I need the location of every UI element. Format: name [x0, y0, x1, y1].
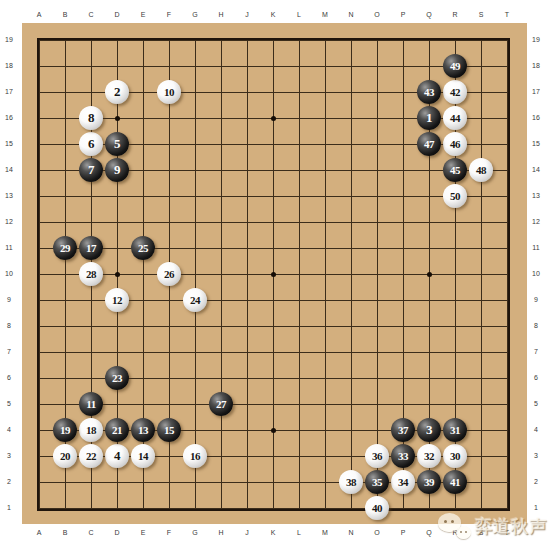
- black-stone-E11-move-25[interactable]: 25: [131, 236, 155, 260]
- black-stone-D14-move-9[interactable]: 9: [105, 158, 129, 182]
- move-number: 4: [114, 448, 120, 464]
- watermark: 弈道秋声: [436, 511, 547, 541]
- right-coord-17: 17: [528, 88, 544, 96]
- black-stone-Q17-move-43[interactable]: 43: [417, 80, 441, 104]
- top-coord-J: J: [239, 11, 255, 19]
- top-coord-L: L: [291, 11, 307, 19]
- white-stone-O3-move-36[interactable]: 36: [365, 444, 389, 468]
- move-number: 17: [86, 242, 96, 254]
- left-coord-14: 14: [1, 166, 17, 174]
- left-coord-1: 1: [1, 504, 17, 512]
- black-stone-O2-move-35[interactable]: 35: [365, 470, 389, 494]
- white-stone-D17-move-2[interactable]: 2: [105, 80, 129, 104]
- bottom-coord-P: P: [395, 529, 411, 537]
- bottom-coord-G: G: [187, 529, 203, 537]
- white-stone-S14-move-48[interactable]: 48: [469, 158, 493, 182]
- black-stone-P4-move-37[interactable]: 37: [391, 418, 415, 442]
- move-number: 47: [424, 138, 434, 150]
- right-coord-9: 9: [528, 296, 544, 304]
- stones-layer: 1234567891011121314151617181920212223242…: [26, 27, 520, 521]
- white-stone-R15-move-46[interactable]: 46: [443, 132, 467, 156]
- black-stone-F4-move-15[interactable]: 15: [157, 418, 181, 442]
- left-coord-5: 5: [1, 400, 17, 408]
- watermark-text: 弈道秋声: [475, 515, 547, 538]
- move-number: 13: [138, 424, 148, 436]
- white-stone-C10-move-28[interactable]: 28: [79, 262, 103, 286]
- right-coord-2: 2: [528, 478, 544, 486]
- move-number: 50: [450, 190, 460, 202]
- white-stone-C3-move-22[interactable]: 22: [79, 444, 103, 468]
- move-number: 43: [424, 86, 434, 98]
- white-stone-C15-move-6[interactable]: 6: [79, 132, 103, 156]
- black-stone-D4-move-21[interactable]: 21: [105, 418, 129, 442]
- black-stone-C11-move-17[interactable]: 17: [79, 236, 103, 260]
- move-number: 24: [190, 294, 200, 306]
- right-coord-18: 18: [528, 62, 544, 70]
- white-stone-C16-move-8[interactable]: 8: [79, 106, 103, 130]
- white-stone-E3-move-14[interactable]: 14: [131, 444, 155, 468]
- right-coord-10: 10: [528, 270, 544, 278]
- top-coord-G: G: [187, 11, 203, 19]
- white-stone-C4-move-18[interactable]: 18: [79, 418, 103, 442]
- move-number: 3: [426, 422, 432, 438]
- move-number: 23: [112, 372, 122, 384]
- black-stone-D15-move-5[interactable]: 5: [105, 132, 129, 156]
- move-number: 20: [60, 450, 70, 462]
- black-stone-R18-move-49[interactable]: 49: [443, 54, 467, 78]
- right-coord-6: 6: [528, 374, 544, 382]
- move-number: 39: [424, 476, 434, 488]
- left-coord-2: 2: [1, 478, 17, 486]
- bottom-coord-Q: Q: [421, 529, 437, 537]
- bottom-coord-N: N: [343, 529, 359, 537]
- right-coord-7: 7: [528, 348, 544, 356]
- white-stone-R17-move-42[interactable]: 42: [443, 80, 467, 104]
- black-stone-D6-move-23[interactable]: 23: [105, 366, 129, 390]
- white-stone-F17-move-10[interactable]: 10: [157, 80, 181, 104]
- right-coord-14: 14: [528, 166, 544, 174]
- bottom-coord-H: H: [213, 529, 229, 537]
- top-coord-S: S: [473, 11, 489, 19]
- white-stone-G3-move-16[interactable]: 16: [183, 444, 207, 468]
- right-coord-3: 3: [528, 452, 544, 460]
- black-stone-Q4-move-3[interactable]: 3: [417, 418, 441, 442]
- white-stone-G9-move-24[interactable]: 24: [183, 288, 207, 312]
- right-coord-15: 15: [528, 140, 544, 148]
- white-stone-R3-move-30[interactable]: 30: [443, 444, 467, 468]
- bottom-coord-F: F: [161, 529, 177, 537]
- bottom-coord-L: L: [291, 529, 307, 537]
- black-stone-H5-move-27[interactable]: 27: [209, 392, 233, 416]
- left-coord-11: 11: [1, 244, 17, 252]
- move-number: 28: [86, 268, 96, 280]
- move-number: 1: [426, 110, 432, 126]
- right-coord-16: 16: [528, 114, 544, 122]
- move-number: 5: [114, 136, 120, 152]
- move-number: 38: [346, 476, 356, 488]
- top-coord-T: T: [499, 11, 515, 19]
- black-stone-E4-move-13[interactable]: 13: [131, 418, 155, 442]
- top-coord-P: P: [395, 11, 411, 19]
- move-number: 34: [398, 476, 408, 488]
- black-stone-Q2-move-39[interactable]: 39: [417, 470, 441, 494]
- right-coord-12: 12: [528, 218, 544, 226]
- top-coord-D: D: [109, 11, 125, 19]
- white-stone-R16-move-44[interactable]: 44: [443, 106, 467, 130]
- top-coord-E: E: [135, 11, 151, 19]
- move-number: 46: [450, 138, 460, 150]
- move-number: 11: [86, 398, 95, 410]
- move-number: 7: [88, 162, 94, 178]
- bottom-coord-E: E: [135, 529, 151, 537]
- white-stone-O1-move-40[interactable]: 40: [365, 496, 389, 520]
- left-coord-18: 18: [1, 62, 17, 70]
- black-stone-Q15-move-47[interactable]: 47: [417, 132, 441, 156]
- top-coord-M: M: [317, 11, 333, 19]
- move-number: 27: [216, 398, 226, 410]
- move-number: 49: [450, 60, 460, 72]
- left-coord-19: 19: [1, 36, 17, 44]
- white-stone-B3-move-20[interactable]: 20: [53, 444, 77, 468]
- move-number: 6: [88, 136, 94, 152]
- black-stone-Q16-move-1[interactable]: 1: [417, 106, 441, 130]
- move-number: 35: [372, 476, 382, 488]
- top-coord-R: R: [447, 11, 463, 19]
- right-coord-13: 13: [528, 192, 544, 200]
- left-coord-15: 15: [1, 140, 17, 148]
- black-stone-B4-move-19[interactable]: 19: [53, 418, 77, 442]
- move-number: 26: [164, 268, 174, 280]
- top-coord-N: N: [343, 11, 359, 19]
- white-stone-R13-move-50[interactable]: 50: [443, 184, 467, 208]
- go-diagram-page: AABBCCDDEEFFGGHHJJKKLLMMNNOOPPQQRRSSTT19…: [0, 0, 550, 550]
- bottom-coord-C: C: [83, 529, 99, 537]
- black-stone-P3-move-33[interactable]: 33: [391, 444, 415, 468]
- move-number: 14: [138, 450, 148, 462]
- right-coord-11: 11: [528, 244, 544, 252]
- right-coord-4: 4: [528, 426, 544, 434]
- move-number: 8: [88, 110, 94, 126]
- left-coord-6: 6: [1, 374, 17, 382]
- move-number: 12: [112, 294, 122, 306]
- left-coord-8: 8: [1, 322, 17, 330]
- move-number: 31: [450, 424, 460, 436]
- move-number: 22: [86, 450, 96, 462]
- top-coord-B: B: [57, 11, 73, 19]
- white-stone-D3-move-4[interactable]: 4: [105, 444, 129, 468]
- left-coord-7: 7: [1, 348, 17, 356]
- white-stone-D9-move-12[interactable]: 12: [105, 288, 129, 312]
- move-number: 15: [164, 424, 174, 436]
- move-number: 18: [86, 424, 96, 436]
- move-number: 40: [372, 502, 382, 514]
- white-stone-F10-move-26[interactable]: 26: [157, 262, 181, 286]
- bottom-coord-K: K: [265, 529, 281, 537]
- black-stone-R4-move-31[interactable]: 31: [443, 418, 467, 442]
- black-stone-R2-move-41[interactable]: 41: [443, 470, 467, 494]
- move-number: 48: [476, 164, 486, 176]
- white-stone-N2-move-38[interactable]: 38: [339, 470, 363, 494]
- right-coord-8: 8: [528, 322, 544, 330]
- top-coord-C: C: [83, 11, 99, 19]
- left-coord-3: 3: [1, 452, 17, 460]
- top-coord-O: O: [369, 11, 385, 19]
- top-coord-F: F: [161, 11, 177, 19]
- left-coord-4: 4: [1, 426, 17, 434]
- move-number: 16: [190, 450, 200, 462]
- move-number: 36: [372, 450, 382, 462]
- move-number: 10: [164, 86, 174, 98]
- bottom-coord-B: B: [57, 529, 73, 537]
- move-number: 42: [450, 86, 460, 98]
- left-coord-16: 16: [1, 114, 17, 122]
- bottom-coord-J: J: [239, 529, 255, 537]
- left-coord-12: 12: [1, 218, 17, 226]
- move-number: 44: [450, 112, 460, 124]
- bottom-coord-A: A: [31, 529, 47, 537]
- move-number: 25: [138, 242, 148, 254]
- move-number: 32: [424, 450, 434, 462]
- right-coord-19: 19: [528, 36, 544, 44]
- move-number: 29: [60, 242, 70, 254]
- white-stone-P2-move-34[interactable]: 34: [391, 470, 415, 494]
- white-stone-Q3-move-32[interactable]: 32: [417, 444, 441, 468]
- top-coord-Q: Q: [421, 11, 437, 19]
- bottom-coord-M: M: [317, 529, 333, 537]
- bottom-coord-D: D: [109, 529, 125, 537]
- move-number: 37: [398, 424, 408, 436]
- black-stone-R14-move-45[interactable]: 45: [443, 158, 467, 182]
- left-coord-10: 10: [1, 270, 17, 278]
- top-coord-H: H: [213, 11, 229, 19]
- move-number: 19: [60, 424, 70, 436]
- move-number: 41: [450, 476, 460, 488]
- left-coord-13: 13: [1, 192, 17, 200]
- move-number: 2: [114, 84, 120, 100]
- move-number: 21: [112, 424, 122, 436]
- move-number: 33: [398, 450, 408, 462]
- move-number: 9: [114, 162, 120, 178]
- black-stone-C14-move-7[interactable]: 7: [79, 158, 103, 182]
- wechat-bubble-small: [456, 526, 471, 539]
- top-coord-K: K: [265, 11, 281, 19]
- move-number: 45: [450, 164, 460, 176]
- wechat-icon: [436, 511, 474, 541]
- move-number: 30: [450, 450, 460, 462]
- black-stone-B11-move-29[interactable]: 29: [53, 236, 77, 260]
- left-coord-9: 9: [1, 296, 17, 304]
- top-coord-A: A: [31, 11, 47, 19]
- right-coord-5: 5: [528, 400, 544, 408]
- black-stone-C5-move-11[interactable]: 11: [79, 392, 103, 416]
- left-coord-17: 17: [1, 88, 17, 96]
- bottom-coord-O: O: [369, 529, 385, 537]
